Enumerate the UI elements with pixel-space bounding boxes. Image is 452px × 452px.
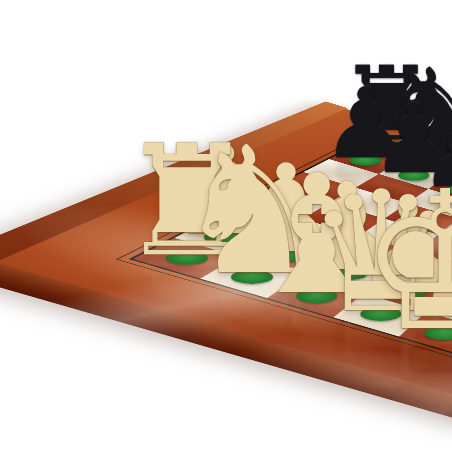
piece-white-bishop-f1[interactable]: ♝ (436, 211, 452, 372)
pieces-layer: ♜♜♟♟♞♞♟♟♝♝♟♟♛♛♟♟♚♚♝♝♟♟♞♞♟♟♟♟♜♜♟♟♟♟♜♜♟♟♟♟… (0, 0, 452, 452)
photo-stage: ♜♜♟♟♞♞♟♟♝♝♟♟♛♛♟♟♚♚♝♝♟♟♞♞♟♟♟♟♜♜♟♟♟♟♜♜♟♟♟♟… (0, 0, 452, 452)
